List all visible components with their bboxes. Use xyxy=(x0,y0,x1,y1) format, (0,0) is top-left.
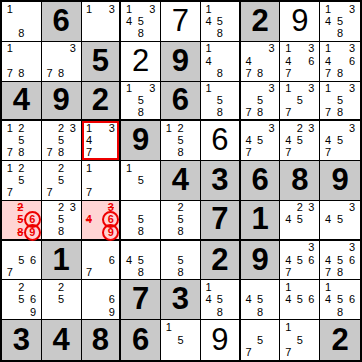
cell-r1c9[interactable]: 13458 xyxy=(320,2,360,42)
candidate-8: 8 xyxy=(16,147,28,159)
pencil-marks: 567 xyxy=(4,242,39,279)
candidate-2: 2 xyxy=(55,202,67,214)
cell-r1c6[interactable]: 1458 xyxy=(201,2,241,42)
cell-r7c9[interactable]: 345678 xyxy=(320,241,360,281)
candidate-4: 4 xyxy=(322,55,334,67)
cell-r3c2[interactable]: 9 xyxy=(42,82,82,122)
cell-r6c2[interactable]: 2358 xyxy=(42,201,82,241)
candidate-8: 8 xyxy=(334,67,346,79)
candidate-2: 2 xyxy=(55,162,67,174)
given-digit: 8 xyxy=(291,164,308,195)
cell-r9c3[interactable]: 8 xyxy=(82,320,122,360)
given-digit: 2 xyxy=(211,244,228,275)
candidate-4: 4 xyxy=(203,294,214,306)
pencil-marks: 3469 xyxy=(84,202,118,238)
candidate-5: 5 xyxy=(254,334,266,347)
candidate-9: 9 xyxy=(106,306,117,318)
given-digit: 9 xyxy=(172,45,189,76)
pencil-marks: 3578 xyxy=(243,83,278,119)
candidate-7: 7 xyxy=(243,67,255,79)
pencil-marks: 25689 xyxy=(4,202,39,238)
cell-r4c1[interactable]: 12578 xyxy=(2,121,42,161)
candidate-8: 8 xyxy=(16,67,28,79)
pencil-marks: 458 xyxy=(243,281,278,318)
candidate-6: 6 xyxy=(346,254,358,266)
candidate-5: 5 xyxy=(254,135,266,147)
candidate-2: 2 xyxy=(55,122,67,134)
candidate-7: 7 xyxy=(4,147,16,159)
cell-r2c8[interactable]: 13467 xyxy=(280,42,320,82)
candidate-5: 5 xyxy=(294,94,306,106)
candidate-7: 7 xyxy=(4,187,16,199)
cell-r5c1[interactable]: 1257 xyxy=(2,161,42,201)
candidate-8: 8 xyxy=(135,106,147,118)
cell-r6c4[interactable]: 58 xyxy=(121,201,161,241)
candidate-8: 8 xyxy=(55,147,67,159)
given-digit: 4 xyxy=(172,164,189,195)
candidate-3: 3 xyxy=(346,43,358,55)
sudoku-board: 1861313458714582913458178378529148347813… xyxy=(0,0,362,362)
candidate-7: 7 xyxy=(322,147,334,159)
cell-r9c8[interactable]: 157 xyxy=(280,320,320,360)
given-digit: 2 xyxy=(92,84,109,115)
given-digit: 6 xyxy=(132,324,149,355)
cell-r2c1[interactable]: 178 xyxy=(2,42,42,82)
candidate-5: 5 xyxy=(135,174,147,186)
given-digit: 9 xyxy=(53,84,70,115)
cell-r3c3[interactable]: 2 xyxy=(82,82,122,122)
candidate-8: 8 xyxy=(214,306,225,318)
candidate-2: 2 xyxy=(294,202,306,214)
given-digit: 7 xyxy=(211,203,228,234)
cell-r7c2[interactable]: 1 xyxy=(42,241,82,281)
cell-r9c2[interactable]: 4 xyxy=(42,320,82,360)
candidate-3: 3 xyxy=(147,83,159,95)
candidate-4: 4 xyxy=(243,135,255,147)
candidate-5: 5 xyxy=(294,214,306,226)
cell-r1c5[interactable]: 7 xyxy=(161,2,201,42)
candidate-1: 1 xyxy=(203,83,214,95)
candidate-9: 9 xyxy=(102,224,119,241)
pencil-marks: 18 xyxy=(4,3,39,40)
cell-r5c3[interactable]: 17 xyxy=(82,161,122,201)
pencil-marks: 15 xyxy=(123,162,158,199)
candidate-2: 2 xyxy=(55,281,67,293)
candidate-5: 5 xyxy=(55,135,67,147)
cell-r9c7[interactable]: 57 xyxy=(241,320,281,360)
solved-digit: 6 xyxy=(211,124,228,155)
candidate-8: 8 xyxy=(16,28,28,40)
pencil-marks: 257 xyxy=(44,162,79,199)
cell-r7c4[interactable]: 458 xyxy=(121,241,161,281)
cell-r8c8[interactable]: 1456 xyxy=(280,280,320,320)
candidate-7: 7 xyxy=(4,67,16,79)
cell-r5c4[interactable]: 15 xyxy=(121,161,161,201)
candidate-5: 5 xyxy=(16,135,28,147)
given-digit: 9 xyxy=(251,244,268,275)
given-digit: 6 xyxy=(53,5,70,36)
given-digit: 3 xyxy=(13,324,30,355)
cell-r8c4[interactable]: 7 xyxy=(121,280,161,320)
candidate-3: 3 xyxy=(266,43,278,55)
candidate-5: 5 xyxy=(175,254,187,266)
cell-r8c5[interactable]: 3 xyxy=(161,280,201,320)
candidate-5: 5 xyxy=(16,294,28,306)
candidate-4: 4 xyxy=(203,15,214,27)
candidate-8: 8 xyxy=(334,266,346,278)
candidate-4: 4 xyxy=(203,55,214,67)
cell-r7c3[interactable]: 67 xyxy=(82,241,122,281)
candidate-5: 5 xyxy=(55,214,67,226)
candidate-9: 9 xyxy=(27,306,39,318)
candidate-5: 5 xyxy=(135,254,147,266)
candidate-8: 8 xyxy=(334,306,346,318)
candidate-5: 5 xyxy=(334,15,346,27)
cell-r8c3[interactable]: 69 xyxy=(82,280,122,320)
cell-r5c7[interactable]: 6 xyxy=(241,161,281,201)
cell-r1c4[interactable]: 13458 xyxy=(121,2,161,42)
cell-r7c5[interactable]: 58 xyxy=(161,241,201,281)
candidate-7: 7 xyxy=(322,266,334,278)
candidate-6: 6 xyxy=(306,254,318,266)
cell-r6c9[interactable]: 345 xyxy=(320,201,360,241)
candidate-8: 8 xyxy=(254,306,266,318)
given-digit: 2 xyxy=(331,324,348,355)
cell-r1c3[interactable]: 13 xyxy=(82,2,122,42)
cell-r2c4[interactable]: 2 xyxy=(121,42,161,82)
candidate-1: 1 xyxy=(4,43,16,55)
cell-r9c5[interactable]: 15 xyxy=(161,320,201,360)
candidate-8: 8 xyxy=(254,67,266,79)
pencil-marks: 2358 xyxy=(44,202,79,238)
candidate-3: 3 xyxy=(346,3,358,15)
pencil-marks: 13458 xyxy=(123,3,158,40)
given-digit: 9 xyxy=(331,164,348,195)
candidate-1: 1 xyxy=(322,3,334,15)
candidate-5: 5 xyxy=(55,294,67,306)
candidate-3: 3 xyxy=(67,122,79,134)
cell-r8c2[interactable]: 25 xyxy=(42,280,82,320)
candidate-1: 1 xyxy=(163,122,175,134)
candidate-5: 5 xyxy=(294,135,306,147)
cell-r4c8[interactable]: 23457 xyxy=(280,121,320,161)
candidate-5: 5 xyxy=(175,214,187,226)
candidate-2: 2 xyxy=(16,281,28,293)
candidate-3: 3 xyxy=(266,122,278,134)
candidate-5: 5 xyxy=(135,214,147,226)
candidate-1: 1 xyxy=(163,321,175,334)
pencil-marks: 378 xyxy=(44,43,79,80)
candidate-8: 8 xyxy=(214,28,225,40)
cell-r3c1[interactable]: 4 xyxy=(2,82,42,122)
pencil-marks: 14568 xyxy=(322,281,358,318)
candidate-4: 4 xyxy=(282,214,294,226)
cell-r3c7[interactable]: 3578 xyxy=(241,82,281,122)
pencil-marks: 134678 xyxy=(322,43,358,80)
candidate-7: 7 xyxy=(282,346,294,359)
given-digit: 4 xyxy=(13,84,30,115)
cell-r2c9[interactable]: 134678 xyxy=(320,42,360,82)
cell-r3c5[interactable]: 6 xyxy=(161,82,201,122)
pencil-marks: 3457 xyxy=(243,122,278,159)
pencil-marks: 13467 xyxy=(282,43,317,80)
candidate-5: 5 xyxy=(334,135,346,147)
candidate-3: 3 xyxy=(266,83,278,95)
candidate-5: 5 xyxy=(135,94,147,106)
candidate-4: 4 xyxy=(84,135,95,147)
candidate-3: 3 xyxy=(306,83,318,95)
candidate-5: 5 xyxy=(175,334,187,347)
cell-r2c2[interactable]: 378 xyxy=(42,42,82,82)
cell-r4c9[interactable]: 3457 xyxy=(320,121,360,161)
candidate-1: 1 xyxy=(4,3,16,15)
given-digit: 6 xyxy=(251,164,268,195)
candidate-5: 5 xyxy=(294,254,306,266)
cell-r9c1[interactable]: 3 xyxy=(2,320,42,360)
candidate-6: 6 xyxy=(27,294,39,306)
cell-r3c9[interactable]: 13578 xyxy=(320,82,360,122)
candidate-1: 1 xyxy=(123,83,135,95)
candidate-7: 7 xyxy=(243,346,255,359)
cell-r6c8[interactable]: 2345 xyxy=(280,201,320,241)
candidate-1: 1 xyxy=(203,281,214,293)
candidate-7: 7 xyxy=(322,67,334,79)
candidate-8: 8 xyxy=(175,266,187,278)
candidate-4: 4 xyxy=(282,55,294,67)
candidate-1: 1 xyxy=(203,3,214,15)
pencil-marks: 23578 xyxy=(44,122,79,159)
candidate-2: 2 xyxy=(15,202,26,213)
candidate-4: 4 xyxy=(282,254,294,266)
candidate-1: 1 xyxy=(203,43,214,55)
candidate-1: 1 xyxy=(282,43,294,55)
candidate-4: 4 xyxy=(243,294,255,306)
cell-r3c4[interactable]: 1358 xyxy=(121,82,161,122)
cell-r1c8[interactable]: 9 xyxy=(280,2,320,42)
pencil-marks: 345 xyxy=(322,202,358,238)
given-digit: 1 xyxy=(251,203,268,234)
cell-r7c8[interactable]: 34567 xyxy=(280,241,320,281)
candidate-8: 8 xyxy=(334,106,346,118)
candidate-5: 5 xyxy=(16,174,28,186)
cell-r1c1[interactable]: 18 xyxy=(2,2,42,42)
candidate-7: 7 xyxy=(282,147,294,159)
candidate-6: 6 xyxy=(106,294,117,306)
candidate-5: 5 xyxy=(214,15,225,27)
candidate-4: 4 xyxy=(123,254,135,266)
candidate-4: 4 xyxy=(282,294,294,306)
candidate-6: 6 xyxy=(106,254,117,266)
candidate-1: 1 xyxy=(282,281,294,293)
pencil-marks: 58 xyxy=(163,242,198,279)
cell-r2c6[interactable]: 148 xyxy=(201,42,241,82)
cell-r7c7[interactable]: 9 xyxy=(241,241,281,281)
given-digit: 6 xyxy=(172,84,189,115)
candidate-3: 3 xyxy=(147,3,159,15)
candidate-1: 1 xyxy=(84,3,95,15)
candidate-7: 7 xyxy=(282,106,294,118)
candidate-7: 7 xyxy=(84,147,95,159)
candidate-4: 4 xyxy=(322,254,334,266)
candidate-6: 6 xyxy=(306,294,318,306)
candidate-1: 1 xyxy=(4,162,16,174)
cell-r4c6[interactable]: 6 xyxy=(201,121,241,161)
cell-r2c3[interactable]: 5 xyxy=(82,42,122,82)
candidate-3: 3 xyxy=(67,43,79,55)
given-digit: 7 xyxy=(132,283,149,314)
cell-r5c9[interactable]: 9 xyxy=(320,161,360,201)
cell-r9c4[interactable]: 6 xyxy=(121,320,161,360)
candidate-5: 5 xyxy=(334,94,346,106)
cell-r7c1[interactable]: 567 xyxy=(2,241,42,281)
candidate-4: 4 xyxy=(322,15,334,27)
candidate-1: 1 xyxy=(84,122,95,134)
candidate-5: 5 xyxy=(294,294,306,306)
pencil-marks: 3457 xyxy=(322,122,358,159)
cell-r4c4[interactable]: 9 xyxy=(121,121,161,161)
cell-r6c6[interactable]: 7 xyxy=(201,201,241,241)
cell-r4c3[interactable]: 1347 xyxy=(82,121,122,161)
given-digit: 4 xyxy=(53,324,70,355)
candidate-5: 5 xyxy=(175,135,187,147)
cell-r6c3[interactable]: 3469 xyxy=(82,201,122,241)
cell-r3c6[interactable]: 158 xyxy=(201,82,241,122)
candidate-1: 1 xyxy=(282,321,294,334)
pencil-marks: 148 xyxy=(203,43,237,80)
pencil-marks: 345678 xyxy=(322,242,358,279)
candidate-4: 4 xyxy=(282,135,294,147)
candidate-4: 4 xyxy=(123,15,135,27)
pencil-marks: 258 xyxy=(163,202,198,238)
candidate-2: 2 xyxy=(175,122,187,134)
cell-r3c8[interactable]: 1357 xyxy=(280,82,320,122)
solved-digit: 9 xyxy=(291,5,308,36)
candidate-3: 3 xyxy=(346,83,358,95)
solved-digit: 2 xyxy=(132,45,149,76)
pencil-marks: 34567 xyxy=(282,242,317,279)
candidate-6: 6 xyxy=(306,55,318,67)
candidate-3: 3 xyxy=(346,242,358,254)
candidate-6: 6 xyxy=(346,55,358,67)
candidate-7: 7 xyxy=(44,67,56,79)
candidate-8: 8 xyxy=(55,226,67,238)
candidate-5: 5 xyxy=(16,254,28,266)
cell-r1c7[interactable]: 2 xyxy=(241,2,281,42)
candidate-1: 1 xyxy=(84,162,95,174)
pencil-marks: 2569 xyxy=(4,281,39,318)
pencil-marks: 57 xyxy=(243,321,278,359)
cell-r5c8[interactable]: 8 xyxy=(280,161,320,201)
given-digit: 3 xyxy=(172,283,189,314)
pencil-marks: 2345 xyxy=(282,202,317,238)
candidate-4: 4 xyxy=(243,55,255,67)
candidate-3: 3 xyxy=(67,202,79,214)
candidate-7: 7 xyxy=(322,106,334,118)
candidate-8: 8 xyxy=(214,67,225,79)
cell-r6c5[interactable]: 258 xyxy=(161,201,201,241)
pencil-marks: 157 xyxy=(282,321,317,359)
candidate-5: 5 xyxy=(254,294,266,306)
pencil-marks: 1257 xyxy=(4,162,39,199)
cell-r4c2[interactable]: 23578 xyxy=(42,121,82,161)
candidate-1: 1 xyxy=(322,83,334,95)
candidate-6: 6 xyxy=(27,254,39,266)
candidate-4: 4 xyxy=(322,135,334,147)
pencil-marks: 1347 xyxy=(84,122,118,159)
cell-r8c9[interactable]: 14568 xyxy=(320,280,360,320)
candidate-8: 8 xyxy=(175,226,187,238)
candidate-2: 2 xyxy=(175,202,187,214)
candidate-7: 7 xyxy=(282,67,294,79)
cell-r8c1[interactable]: 2569 xyxy=(2,280,42,320)
pencil-marks: 458 xyxy=(123,242,158,279)
cell-r8c7[interactable]: 458 xyxy=(241,280,281,320)
cell-r8c6[interactable]: 1458 xyxy=(201,280,241,320)
given-digit: 5 xyxy=(92,45,109,76)
cell-r5c5[interactable]: 4 xyxy=(161,161,201,201)
given-digit: 3 xyxy=(211,164,228,195)
candidate-5: 5 xyxy=(254,94,266,106)
candidate-3: 3 xyxy=(306,122,318,134)
candidate-3: 3 xyxy=(306,43,318,55)
candidate-7: 7 xyxy=(84,187,95,199)
candidate-8: 8 xyxy=(334,28,346,40)
candidate-7: 7 xyxy=(4,266,16,278)
cell-r5c6[interactable]: 3 xyxy=(201,161,241,201)
candidate-3: 3 xyxy=(346,122,358,134)
pencil-marks: 12578 xyxy=(4,122,39,159)
pencil-marks: 1458 xyxy=(203,281,237,318)
candidate-8: 8 xyxy=(135,28,147,40)
candidate-8: 8 xyxy=(135,226,147,238)
candidate-1: 1 xyxy=(4,122,16,134)
cell-r2c5[interactable]: 9 xyxy=(161,42,201,82)
pencil-marks: 13578 xyxy=(322,83,358,119)
candidate-7: 7 xyxy=(243,106,255,118)
cell-r9c6[interactable]: 9 xyxy=(201,320,241,360)
pencil-marks: 13458 xyxy=(322,3,358,40)
cell-r5c2[interactable]: 257 xyxy=(42,161,82,201)
pencil-marks: 1456 xyxy=(282,281,317,318)
cell-r4c7[interactable]: 3457 xyxy=(241,121,281,161)
candidate-3: 3 xyxy=(106,3,117,15)
candidate-2: 2 xyxy=(16,162,28,174)
cell-r2c7[interactable]: 3478 xyxy=(241,42,281,82)
solved-digit: 9 xyxy=(211,324,228,355)
candidate-8: 8 xyxy=(214,106,225,118)
pencil-marks: 1358 xyxy=(123,83,158,119)
cell-r7c6[interactable]: 2 xyxy=(201,241,241,281)
candidate-5: 5 xyxy=(55,174,67,186)
pencil-marks: 1357 xyxy=(282,83,317,119)
cell-r4c5[interactable]: 1258 xyxy=(161,121,201,161)
pencil-marks: 1258 xyxy=(163,122,198,159)
given-digit: 1 xyxy=(53,244,70,275)
candidate-6: 6 xyxy=(346,294,358,306)
cell-r6c1[interactable]: 25689 xyxy=(2,201,42,241)
given-digit: 9 xyxy=(132,124,149,155)
candidate-2: 2 xyxy=(16,122,28,134)
cell-r6c7[interactable]: 1 xyxy=(241,201,281,241)
candidate-8: 8 xyxy=(135,266,147,278)
candidate-3: 3 xyxy=(346,202,358,214)
cell-r1c2[interactable]: 6 xyxy=(42,2,82,42)
cell-r9c9[interactable]: 2 xyxy=(320,320,360,360)
candidate-4: 4 xyxy=(322,294,334,306)
candidate-1: 1 xyxy=(123,162,135,174)
candidate-1: 1 xyxy=(322,43,334,55)
pencil-marks: 58 xyxy=(123,202,158,238)
